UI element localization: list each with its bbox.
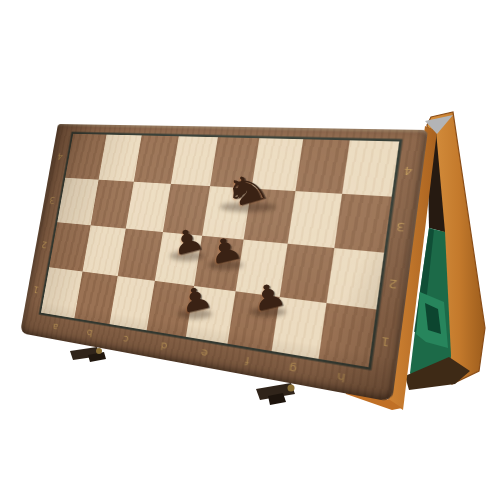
pawn-f1[interactable]: ♟ — [246, 277, 291, 317]
pawn-d3[interactable]: ♟ — [166, 223, 209, 262]
pieces-layer: ♞♟♟♟♟ — [0, 0, 500, 500]
pawn-e2[interactable]: ♟ — [203, 231, 247, 270]
pawn-d1[interactable]: ♟ — [174, 281, 217, 319]
chess-set-photo: 44332211abcdefgh ♞♟♟♟♟ — [0, 0, 500, 500]
